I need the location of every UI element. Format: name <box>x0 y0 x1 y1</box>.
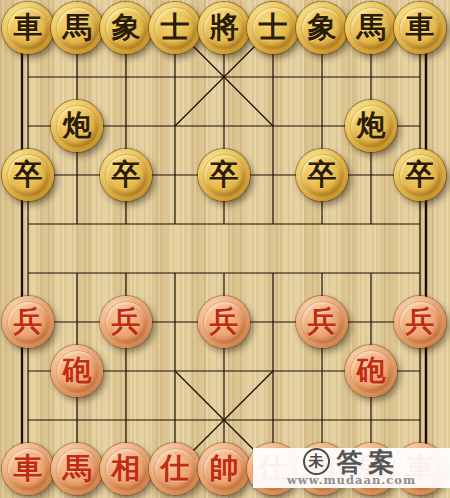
point-b4[interactable] <box>53 151 102 200</box>
point-h2[interactable] <box>347 53 396 102</box>
piece-glyph: 兵 <box>406 307 435 336</box>
piece-red-soldier[interactable]: 兵 <box>100 296 152 348</box>
point-c5[interactable] <box>102 200 151 249</box>
point-b5[interactable] <box>53 200 102 249</box>
piece-face: 士 <box>155 8 196 49</box>
point-h8[interactable]: 砲 <box>347 347 396 396</box>
piece-black-cannon[interactable]: 炮 <box>51 100 103 152</box>
point-e3[interactable] <box>200 102 249 151</box>
piece-face: 象 <box>302 8 343 49</box>
point-i8[interactable] <box>396 347 445 396</box>
piece-red-advisor[interactable]: 仕 <box>149 443 201 495</box>
piece-glyph: 卒 <box>14 160 43 189</box>
piece-face: 兵 <box>204 302 245 343</box>
point-a5[interactable] <box>4 200 53 249</box>
point-g9[interactable] <box>298 396 347 445</box>
point-a1[interactable]: 車 <box>4 4 53 53</box>
point-f2[interactable] <box>249 53 298 102</box>
piece-black-elephant[interactable]: 象 <box>296 2 348 54</box>
piece-black-soldier[interactable]: 卒 <box>394 149 446 201</box>
piece-face: 兵 <box>106 302 147 343</box>
piece-glyph: 卒 <box>210 160 239 189</box>
piece-face: 砲 <box>351 351 392 392</box>
piece-face: 馬 <box>57 8 98 49</box>
point-c9[interactable] <box>102 396 151 445</box>
point-b9[interactable] <box>53 396 102 445</box>
watermark-url: www.mudaan.com <box>287 473 416 487</box>
piece-black-advisor[interactable]: 士 <box>247 2 299 54</box>
point-f8[interactable] <box>249 347 298 396</box>
point-f9[interactable] <box>249 396 298 445</box>
board-points: 車馬象士將士象馬車炮炮卒卒卒卒卒兵兵兵兵兵砲砲車馬相仕帥仕相馬車 <box>4 4 445 494</box>
point-d5[interactable] <box>151 200 200 249</box>
point-c6[interactable] <box>102 249 151 298</box>
piece-glyph: 炮 <box>357 111 386 140</box>
piece-face: 兵 <box>302 302 343 343</box>
piece-face: 砲 <box>57 351 98 392</box>
point-g6[interactable] <box>298 249 347 298</box>
piece-black-elephant[interactable]: 象 <box>100 2 152 54</box>
piece-red-elephant[interactable]: 相 <box>100 443 152 495</box>
point-f5[interactable] <box>249 200 298 249</box>
piece-black-chariot[interactable]: 車 <box>394 2 446 54</box>
point-f7[interactable] <box>249 298 298 347</box>
piece-glyph: 砲 <box>63 356 92 385</box>
point-h9[interactable] <box>347 396 396 445</box>
point-e9[interactable] <box>200 396 249 445</box>
point-g4[interactable]: 卒 <box>298 151 347 200</box>
point-i9[interactable] <box>396 396 445 445</box>
point-b7[interactable] <box>53 298 102 347</box>
piece-face: 卒 <box>106 155 147 196</box>
point-a8[interactable] <box>4 347 53 396</box>
point-i7[interactable]: 兵 <box>396 298 445 347</box>
point-a4[interactable]: 卒 <box>4 151 53 200</box>
point-e6[interactable] <box>200 249 249 298</box>
piece-black-horse[interactable]: 馬 <box>345 2 397 54</box>
point-c3[interactable] <box>102 102 151 151</box>
point-i5[interactable] <box>396 200 445 249</box>
point-d6[interactable] <box>151 249 200 298</box>
piece-glyph: 兵 <box>112 307 141 336</box>
point-d10[interactable]: 仕 <box>151 445 200 494</box>
point-f4[interactable] <box>249 151 298 200</box>
point-c2[interactable] <box>102 53 151 102</box>
piece-glyph: 象 <box>112 13 141 42</box>
piece-face: 炮 <box>57 106 98 147</box>
point-b2[interactable] <box>53 53 102 102</box>
piece-red-cannon[interactable]: 砲 <box>51 345 103 397</box>
piece-glyph: 士 <box>161 13 190 42</box>
point-c4[interactable]: 卒 <box>102 151 151 200</box>
piece-glyph: 砲 <box>357 356 386 385</box>
point-h5[interactable] <box>347 200 396 249</box>
piece-face: 將 <box>204 8 245 49</box>
point-d7[interactable] <box>151 298 200 347</box>
piece-glyph: 卒 <box>112 160 141 189</box>
point-a2[interactable] <box>4 53 53 102</box>
point-g2[interactable] <box>298 53 347 102</box>
piece-face: 馬 <box>57 449 98 490</box>
point-d4[interactable] <box>151 151 200 200</box>
piece-red-horse[interactable]: 馬 <box>51 443 103 495</box>
piece-black-cannon[interactable]: 炮 <box>345 100 397 152</box>
point-h4[interactable] <box>347 151 396 200</box>
point-g8[interactable] <box>298 347 347 396</box>
point-i4[interactable]: 卒 <box>396 151 445 200</box>
point-b10[interactable]: 馬 <box>53 445 102 494</box>
point-e10[interactable]: 帥 <box>200 445 249 494</box>
piece-face: 象 <box>106 8 147 49</box>
piece-glyph: 帥 <box>210 454 239 483</box>
piece-glyph: 兵 <box>210 307 239 336</box>
point-d1[interactable]: 士 <box>151 4 200 53</box>
piece-glyph: 仕 <box>161 454 190 483</box>
point-i3[interactable] <box>396 102 445 151</box>
watermark-logo-icon: 未 <box>303 448 330 475</box>
watermark: 未 答案 www.mudaan.com <box>253 448 450 488</box>
piece-black-soldier[interactable]: 卒 <box>100 149 152 201</box>
piece-face: 卒 <box>204 155 245 196</box>
piece-glyph: 相 <box>112 454 141 483</box>
piece-black-horse[interactable]: 馬 <box>51 2 103 54</box>
point-c10[interactable]: 相 <box>102 445 151 494</box>
point-g5[interactable] <box>298 200 347 249</box>
point-b1[interactable]: 馬 <box>53 4 102 53</box>
piece-face: 兵 <box>8 302 49 343</box>
piece-red-soldier[interactable]: 兵 <box>296 296 348 348</box>
piece-face: 兵 <box>400 302 441 343</box>
piece-red-soldier[interactable]: 兵 <box>198 296 250 348</box>
piece-face: 相 <box>106 449 147 490</box>
point-d9[interactable] <box>151 396 200 445</box>
point-g7[interactable]: 兵 <box>298 298 347 347</box>
point-e2[interactable] <box>200 53 249 102</box>
point-e5[interactable] <box>200 200 249 249</box>
piece-black-chariot[interactable]: 車 <box>2 2 54 54</box>
point-e4[interactable]: 卒 <box>200 151 249 200</box>
point-g1[interactable]: 象 <box>298 4 347 53</box>
point-h1[interactable]: 馬 <box>347 4 396 53</box>
piece-face: 炮 <box>351 106 392 147</box>
piece-face: 車 <box>8 449 49 490</box>
watermark-title: 答案 <box>337 449 401 475</box>
piece-black-soldier[interactable]: 卒 <box>2 149 54 201</box>
point-f1[interactable]: 士 <box>249 4 298 53</box>
point-f3[interactable] <box>249 102 298 151</box>
point-d8[interactable] <box>151 347 200 396</box>
point-h6[interactable] <box>347 249 396 298</box>
point-c8[interactable] <box>102 347 151 396</box>
piece-glyph: 卒 <box>406 160 435 189</box>
point-e1[interactable]: 將 <box>200 4 249 53</box>
piece-glyph: 象 <box>308 13 337 42</box>
piece-glyph: 將 <box>210 13 239 42</box>
piece-glyph: 炮 <box>63 111 92 140</box>
piece-black-soldier[interactable]: 卒 <box>296 149 348 201</box>
piece-glyph: 士 <box>259 13 288 42</box>
piece-red-soldier[interactable]: 兵 <box>394 296 446 348</box>
piece-face: 帥 <box>204 449 245 490</box>
piece-red-general[interactable]: 帥 <box>198 443 250 495</box>
point-g3[interactable] <box>298 102 347 151</box>
piece-red-soldier[interactable]: 兵 <box>2 296 54 348</box>
piece-red-chariot[interactable]: 車 <box>2 443 54 495</box>
point-h7[interactable] <box>347 298 396 347</box>
point-c7[interactable]: 兵 <box>102 298 151 347</box>
piece-black-general[interactable]: 將 <box>198 2 250 54</box>
piece-black-soldier[interactable]: 卒 <box>198 149 250 201</box>
piece-face: 仕 <box>155 449 196 490</box>
point-d3[interactable] <box>151 102 200 151</box>
piece-black-advisor[interactable]: 士 <box>149 2 201 54</box>
point-b6[interactable] <box>53 249 102 298</box>
point-e8[interactable] <box>200 347 249 396</box>
piece-face: 車 <box>8 8 49 49</box>
piece-face: 馬 <box>351 8 392 49</box>
piece-face: 卒 <box>302 155 343 196</box>
point-a10[interactable]: 車 <box>4 445 53 494</box>
point-b8[interactable]: 砲 <box>53 347 102 396</box>
point-e7[interactable]: 兵 <box>200 298 249 347</box>
piece-glyph: 馬 <box>63 13 92 42</box>
point-c1[interactable]: 象 <box>102 4 151 53</box>
piece-glyph: 馬 <box>357 13 386 42</box>
point-h3[interactable]: 炮 <box>347 102 396 151</box>
watermark-row: 未 答案 <box>303 448 401 475</box>
point-i2[interactable] <box>396 53 445 102</box>
piece-red-cannon[interactable]: 砲 <box>345 345 397 397</box>
piece-face: 車 <box>400 8 441 49</box>
point-b3[interactable]: 炮 <box>53 102 102 151</box>
point-f6[interactable] <box>249 249 298 298</box>
point-a6[interactable] <box>4 249 53 298</box>
piece-face: 卒 <box>400 155 441 196</box>
point-a9[interactable] <box>4 396 53 445</box>
point-i6[interactable] <box>396 249 445 298</box>
point-i1[interactable]: 車 <box>396 4 445 53</box>
piece-glyph: 馬 <box>63 454 92 483</box>
piece-glyph: 車 <box>14 454 43 483</box>
point-a7[interactable]: 兵 <box>4 298 53 347</box>
point-d2[interactable] <box>151 53 200 102</box>
piece-glyph: 兵 <box>14 307 43 336</box>
point-a3[interactable] <box>4 102 53 151</box>
piece-glyph: 兵 <box>308 307 337 336</box>
piece-glyph: 車 <box>14 13 43 42</box>
piece-glyph: 車 <box>406 13 435 42</box>
piece-glyph: 卒 <box>308 160 337 189</box>
xiangqi-board: 車馬象士將士象馬車炮炮卒卒卒卒卒兵兵兵兵兵砲砲車馬相仕帥仕相馬車 未 答案 ww… <box>0 0 450 498</box>
piece-face: 卒 <box>8 155 49 196</box>
piece-face: 士 <box>253 8 294 49</box>
